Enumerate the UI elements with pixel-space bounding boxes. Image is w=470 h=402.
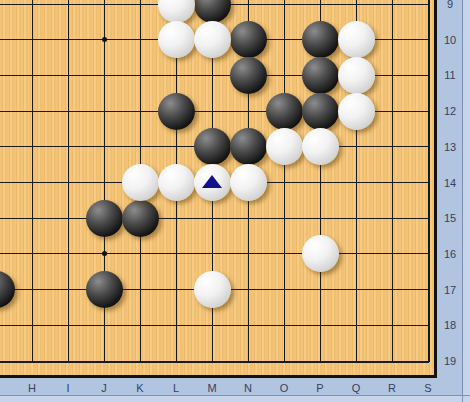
black-stone-P12 [302,93,339,130]
white-stone-P13 [302,128,339,165]
grid-line-row-18 [0,325,429,326]
white-stone-L14 [158,164,195,201]
frame-groove-horizontal [0,395,470,396]
star-point-J16 [102,251,107,256]
grid-line-column-H [32,0,33,362]
black-stone-J17 [86,271,123,308]
row-label-12: 12 [439,105,461,117]
row-label-11: 11 [439,69,461,81]
white-stone-P16 [302,235,339,272]
last-move-marker [202,175,222,188]
frame-light-bottom [0,396,470,402]
row-label-14: 14 [439,177,461,189]
white-stone-O13 [266,128,303,165]
go-board[interactable] [0,0,437,378]
column-label-N: N [236,382,260,394]
grid-line-column-I [68,0,69,362]
black-stone-P11 [302,57,339,94]
row-label-17: 17 [439,284,461,296]
white-stone-Q10 [338,21,375,58]
black-stone-N10 [230,21,267,58]
row-label-13: 13 [439,141,461,153]
grid-line-column-R [392,0,393,362]
black-stone-O12 [266,93,303,130]
grid-line-row-15 [0,218,429,219]
column-label-R: R [380,382,404,394]
white-stone-N14 [230,164,267,201]
column-label-L: L [164,382,188,394]
white-stone-M10 [194,21,231,58]
column-label-I: I [56,382,80,394]
column-label-S: S [416,382,440,394]
column-label-H: H [20,382,44,394]
column-label-K: K [128,382,152,394]
row-label-15: 15 [439,212,461,224]
grid-line-row-19 [0,361,429,363]
column-label-O: O [272,382,296,394]
frame-groove-vertical [462,0,463,402]
white-stone-L9 [158,0,195,23]
go-client-window: HIJKLMNOPQRS910111213141516171819 [0,0,470,402]
column-label-M: M [200,382,224,394]
grid-line-row-16 [0,253,429,254]
black-stone-M13 [194,128,231,165]
row-label-9: 9 [439,0,461,10]
grid-line-column-S [428,0,430,362]
white-stone-Q12 [338,93,375,130]
grid-line-column-O [284,0,285,362]
star-point-J10 [102,37,107,42]
frame-light-right [463,0,470,402]
black-stone-N11 [230,57,267,94]
row-label-16: 16 [439,248,461,260]
white-stone-Q11 [338,57,375,94]
black-stone-M9 [194,0,231,23]
black-stone-P10 [302,21,339,58]
column-label-P: P [308,382,332,394]
black-stone-J15 [86,200,123,237]
row-label-18: 18 [439,319,461,331]
white-stone-K14 [122,164,159,201]
white-stone-M17 [194,271,231,308]
black-stone-N13 [230,128,267,165]
black-stone-L12 [158,93,195,130]
row-label-10: 10 [439,34,461,46]
column-label-Q: Q [344,382,368,394]
white-stone-L10 [158,21,195,58]
black-stone-G17 [0,271,15,308]
black-stone-K15 [122,200,159,237]
row-label-19: 19 [439,355,461,367]
column-label-J: J [92,382,116,394]
